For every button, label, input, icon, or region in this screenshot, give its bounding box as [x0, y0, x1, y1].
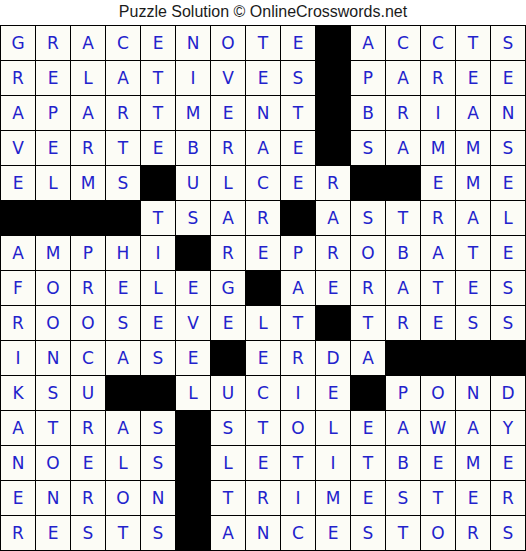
letter-cell: E	[141, 131, 175, 165]
letter-cell: S	[106, 306, 140, 340]
letter-cell: G	[211, 271, 245, 305]
letter-cell: S	[351, 516, 385, 550]
letter-cell: O	[281, 411, 315, 445]
letter-cell: T	[106, 131, 140, 165]
letter-cell: B	[351, 96, 385, 130]
letter-cell: N	[246, 96, 280, 130]
letter-cell: O	[211, 26, 245, 60]
letter-cell: N	[36, 481, 70, 515]
letter-cell: A	[211, 201, 245, 235]
letter-cell: E	[351, 481, 385, 515]
letter-cell: L	[176, 376, 210, 410]
letter-cell: T	[36, 411, 70, 445]
letter-cell: S	[176, 201, 210, 235]
black-cell	[456, 341, 490, 375]
letter-cell: E	[141, 26, 175, 60]
page-title: Puzzle Solution © OnlineCrosswords.net	[0, 0, 526, 25]
black-cell	[316, 131, 350, 165]
letter-cell: A	[351, 341, 385, 375]
letter-cell: K	[1, 376, 35, 410]
black-cell	[351, 166, 385, 200]
letter-cell: B	[386, 236, 420, 270]
letter-cell: S	[106, 166, 140, 200]
letter-cell: R	[316, 166, 350, 200]
letter-cell: S	[456, 306, 490, 340]
letter-cell: T	[421, 271, 455, 305]
letter-cell: R	[456, 516, 490, 550]
letter-cell: E	[106, 271, 140, 305]
letter-cell: A	[246, 131, 280, 165]
letter-cell: C	[281, 516, 315, 550]
black-cell	[246, 271, 280, 305]
letter-cell: E	[211, 306, 245, 340]
letter-cell: A	[456, 96, 490, 130]
letter-cell: E	[281, 131, 315, 165]
letter-cell: A	[351, 26, 385, 60]
letter-cell: L	[211, 446, 245, 480]
letter-cell: S	[491, 516, 525, 550]
black-cell	[421, 341, 455, 375]
black-cell	[316, 306, 350, 340]
letter-cell: E	[491, 166, 525, 200]
letter-cell: I	[176, 61, 210, 95]
letter-cell: I	[281, 376, 315, 410]
letter-cell: P	[36, 96, 70, 130]
black-cell	[316, 61, 350, 95]
black-cell	[106, 201, 140, 235]
letter-cell: E	[246, 446, 280, 480]
letter-cell: A	[421, 236, 455, 270]
letter-cell: T	[351, 446, 385, 480]
letter-cell: V	[211, 61, 245, 95]
letter-cell: R	[71, 271, 105, 305]
letter-cell: R	[71, 411, 105, 445]
black-cell	[176, 446, 210, 480]
letter-cell: R	[1, 61, 35, 95]
letter-cell: R	[36, 26, 70, 60]
letter-cell: S	[491, 271, 525, 305]
letter-cell: T	[141, 201, 175, 235]
letter-cell: E	[351, 411, 385, 445]
letter-cell: E	[36, 516, 70, 550]
letter-cell: I	[421, 96, 455, 130]
letter-cell: L	[316, 411, 350, 445]
letter-cell: E	[281, 26, 315, 60]
letter-cell: S	[491, 26, 525, 60]
letter-cell: P	[386, 376, 420, 410]
letter-cell: O	[36, 306, 70, 340]
letter-cell: M	[456, 131, 490, 165]
letter-cell: I	[281, 481, 315, 515]
letter-cell: P	[351, 61, 385, 95]
letter-cell: L	[211, 166, 245, 200]
letter-cell: T	[456, 26, 490, 60]
letter-cell: E	[421, 306, 455, 340]
black-cell	[211, 341, 245, 375]
letter-cell: S	[351, 131, 385, 165]
letter-cell: S	[386, 481, 420, 515]
letter-cell: E	[281, 166, 315, 200]
letter-cell: A	[281, 271, 315, 305]
letter-cell: W	[421, 411, 455, 445]
black-cell	[316, 96, 350, 130]
letter-cell: L	[36, 166, 70, 200]
letter-cell: R	[71, 481, 105, 515]
letter-cell: R	[316, 236, 350, 270]
letter-cell: M	[456, 446, 490, 480]
letter-cell: T	[386, 516, 420, 550]
letter-cell: R	[211, 236, 245, 270]
letter-cell: N	[176, 26, 210, 60]
letter-cell: A	[386, 131, 420, 165]
black-cell	[176, 481, 210, 515]
letter-cell: M	[316, 481, 350, 515]
letter-cell: B	[386, 446, 420, 480]
letter-cell: B	[176, 131, 210, 165]
letter-cell: R	[386, 96, 420, 130]
letter-cell: N	[36, 341, 70, 375]
letter-cell: E	[316, 271, 350, 305]
letter-cell: E	[421, 166, 455, 200]
letter-cell: I	[141, 236, 175, 270]
letter-cell: U	[71, 376, 105, 410]
letter-cell: T	[141, 61, 175, 95]
letter-cell: R	[281, 341, 315, 375]
letter-cell: A	[106, 411, 140, 445]
letter-cell: T	[141, 96, 175, 130]
letter-cell: T	[386, 201, 420, 235]
letter-cell: S	[71, 516, 105, 550]
letter-cell: N	[141, 481, 175, 515]
letter-cell: R	[246, 201, 280, 235]
letter-cell: A	[71, 26, 105, 60]
letter-cell: S	[141, 446, 175, 480]
letter-cell: O	[106, 481, 140, 515]
letter-cell: E	[211, 96, 245, 130]
letter-cell: O	[36, 446, 70, 480]
black-cell	[176, 516, 210, 550]
letter-cell: C	[71, 341, 105, 375]
letter-cell: A	[1, 236, 35, 270]
letter-cell: M	[36, 236, 70, 270]
black-cell	[36, 201, 70, 235]
black-cell	[491, 341, 525, 375]
black-cell	[176, 236, 210, 270]
letter-cell: O	[36, 271, 70, 305]
letter-cell: S	[281, 61, 315, 95]
letter-cell: U	[176, 166, 210, 200]
letter-cell: N	[246, 516, 280, 550]
letter-cell: E	[176, 271, 210, 305]
letter-cell: A	[316, 201, 350, 235]
letter-cell: A	[71, 96, 105, 130]
letter-cell: T	[281, 446, 315, 480]
letter-cell: T	[246, 26, 280, 60]
letter-cell: E	[36, 131, 70, 165]
letter-cell: E	[176, 341, 210, 375]
letter-cell: E	[491, 446, 525, 480]
letter-cell: A	[386, 411, 420, 445]
letter-cell: U	[211, 376, 245, 410]
letter-cell: M	[176, 96, 210, 130]
letter-cell: I	[316, 446, 350, 480]
letter-cell: I	[1, 341, 35, 375]
letter-cell: E	[1, 166, 35, 200]
letter-cell: D	[316, 341, 350, 375]
black-cell	[386, 341, 420, 375]
letter-cell: E	[456, 271, 490, 305]
letter-cell: E	[456, 61, 490, 95]
black-cell	[141, 376, 175, 410]
letter-cell: T	[281, 306, 315, 340]
letter-cell: E	[246, 341, 280, 375]
letter-cell: D	[491, 376, 525, 410]
letter-cell: T	[281, 96, 315, 130]
letter-cell: R	[71, 131, 105, 165]
black-cell	[71, 201, 105, 235]
black-cell	[316, 26, 350, 60]
letter-cell: A	[386, 61, 420, 95]
letter-cell: Y	[491, 411, 525, 445]
letter-cell: E	[316, 376, 350, 410]
letter-cell: V	[176, 306, 210, 340]
black-cell	[106, 376, 140, 410]
letter-cell: E	[141, 306, 175, 340]
letter-cell: E	[456, 481, 490, 515]
letter-cell: V	[1, 131, 35, 165]
letter-cell: A	[456, 201, 490, 235]
letter-cell: C	[246, 166, 280, 200]
letter-cell: L	[246, 306, 280, 340]
letter-cell: M	[421, 131, 455, 165]
letter-cell: A	[106, 61, 140, 95]
letter-cell: E	[491, 61, 525, 95]
letter-cell: L	[71, 61, 105, 95]
letter-cell: R	[1, 516, 35, 550]
letter-cell: A	[106, 341, 140, 375]
letter-cell: O	[421, 516, 455, 550]
letter-cell: O	[71, 306, 105, 340]
letter-cell: S	[491, 306, 525, 340]
letter-cell: R	[491, 481, 525, 515]
letter-cell: E	[246, 236, 280, 270]
letter-cell: E	[491, 236, 525, 270]
letter-cell: T	[106, 516, 140, 550]
letter-cell: R	[386, 306, 420, 340]
letter-cell: E	[71, 446, 105, 480]
letter-cell: N	[456, 376, 490, 410]
letter-cell: M	[456, 166, 490, 200]
black-cell	[351, 376, 385, 410]
letter-cell: E	[421, 446, 455, 480]
letter-cell: H	[106, 236, 140, 270]
letter-cell: L	[141, 271, 175, 305]
letter-cell: T	[246, 411, 280, 445]
black-cell	[281, 201, 315, 235]
letter-cell: S	[491, 131, 525, 165]
letter-cell: L	[106, 446, 140, 480]
letter-cell: A	[1, 96, 35, 130]
letter-cell: S	[36, 376, 70, 410]
letter-cell: P	[71, 236, 105, 270]
letter-cell: T	[421, 481, 455, 515]
letter-cell: R	[1, 306, 35, 340]
crossword-grid: GRACENOTEACCTSRELATIVESPAREEAPARTMENTBRI…	[0, 25, 526, 551]
letter-cell: C	[421, 26, 455, 60]
black-cell	[141, 166, 175, 200]
letter-cell: C	[106, 26, 140, 60]
letter-cell: A	[1, 411, 35, 445]
letter-cell: E	[246, 61, 280, 95]
letter-cell: O	[351, 236, 385, 270]
letter-cell: C	[386, 26, 420, 60]
letter-cell: P	[281, 236, 315, 270]
letter-cell: R	[246, 481, 280, 515]
letter-cell: M	[71, 166, 105, 200]
letter-cell: E	[36, 61, 70, 95]
letter-cell: R	[106, 96, 140, 130]
letter-cell: R	[211, 131, 245, 165]
black-cell	[386, 166, 420, 200]
black-cell	[176, 411, 210, 445]
letter-cell: A	[386, 271, 420, 305]
letter-cell: A	[211, 516, 245, 550]
letter-cell: O	[421, 376, 455, 410]
letter-cell: T	[211, 481, 245, 515]
letter-cell: F	[1, 271, 35, 305]
letter-cell: S	[351, 201, 385, 235]
letter-cell: T	[351, 306, 385, 340]
letter-cell: L	[491, 201, 525, 235]
puzzle-solution-page: Puzzle Solution © OnlineCrosswords.net G…	[0, 0, 526, 551]
letter-cell: A	[456, 411, 490, 445]
letter-cell: N	[1, 446, 35, 480]
letter-cell: R	[421, 201, 455, 235]
letter-cell: S	[141, 516, 175, 550]
letter-cell: C	[246, 376, 280, 410]
letter-cell: T	[456, 236, 490, 270]
letter-cell: G	[1, 26, 35, 60]
letter-cell: E	[1, 481, 35, 515]
letter-cell: S	[141, 341, 175, 375]
letter-cell: N	[491, 96, 525, 130]
letter-cell: R	[351, 271, 385, 305]
letter-cell: S	[211, 411, 245, 445]
letter-cell: R	[421, 61, 455, 95]
letter-cell: E	[316, 516, 350, 550]
black-cell	[1, 201, 35, 235]
letter-cell: S	[141, 411, 175, 445]
